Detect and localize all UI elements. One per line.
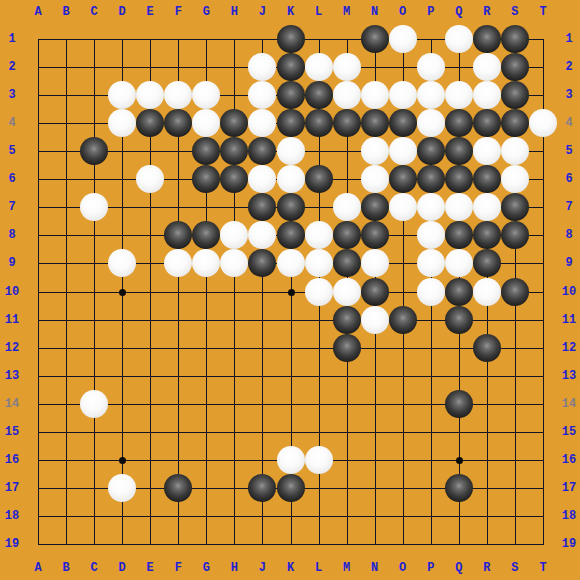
coord-left-2: 2 xyxy=(8,60,15,74)
stone-white-L8[interactable] xyxy=(305,221,333,249)
coord-top-E: E xyxy=(147,5,154,19)
stone-white-M7[interactable] xyxy=(333,193,361,221)
stone-white-Q1[interactable] xyxy=(445,25,473,53)
coord-bottom-M: M xyxy=(343,561,350,575)
stone-white-L2[interactable] xyxy=(305,53,333,81)
coord-bottom-J: J xyxy=(259,561,266,575)
stone-black-R6[interactable] xyxy=(473,165,501,193)
stone-white-O7[interactable] xyxy=(389,193,417,221)
stone-black-N8[interactable] xyxy=(361,221,389,249)
stone-black-K17[interactable] xyxy=(277,474,305,502)
stone-black-Q10[interactable] xyxy=(445,278,473,306)
coord-left-11: 11 xyxy=(5,313,19,327)
stone-black-S3[interactable] xyxy=(501,81,529,109)
stone-black-O11[interactable] xyxy=(389,306,417,334)
stone-black-K3[interactable] xyxy=(277,81,305,109)
coord-top-G: G xyxy=(203,5,210,19)
coord-bottom-F: F xyxy=(175,561,182,575)
coord-bottom-B: B xyxy=(62,561,69,575)
stone-white-N11[interactable] xyxy=(361,306,389,334)
coord-top-S: S xyxy=(511,5,518,19)
stone-black-M4[interactable] xyxy=(333,109,361,137)
coord-left-16: 16 xyxy=(5,453,19,467)
stone-black-L6[interactable] xyxy=(305,165,333,193)
coord-right-2: 2 xyxy=(565,60,572,74)
stone-white-P10[interactable] xyxy=(417,278,445,306)
stone-white-R2[interactable] xyxy=(473,53,501,81)
coord-bottom-A: A xyxy=(34,561,41,575)
stone-black-Q11[interactable] xyxy=(445,306,473,334)
coord-left-15: 15 xyxy=(5,425,19,439)
stone-white-P8[interactable] xyxy=(417,221,445,249)
coord-left-3: 3 xyxy=(8,88,15,102)
stone-black-Q14[interactable] xyxy=(445,390,473,418)
stone-black-N4[interactable] xyxy=(361,109,389,137)
coord-right-6: 6 xyxy=(565,172,572,186)
coord-bottom-T: T xyxy=(539,561,546,575)
stone-black-O6[interactable] xyxy=(389,165,417,193)
coord-right-3: 3 xyxy=(565,88,572,102)
coord-left-1: 1 xyxy=(8,32,15,46)
stone-white-Q3[interactable] xyxy=(445,81,473,109)
coord-top-J: J xyxy=(259,5,266,19)
coord-left-6: 6 xyxy=(8,172,15,186)
stone-white-M2[interactable] xyxy=(333,53,361,81)
coord-top-P: P xyxy=(427,5,434,19)
stone-black-M8[interactable] xyxy=(333,221,361,249)
stone-black-S1[interactable] xyxy=(501,25,529,53)
coord-right-5: 5 xyxy=(565,144,572,158)
grid-line-horizontal xyxy=(38,544,544,545)
coord-right-4: 4 xyxy=(565,116,572,130)
coord-left-14: 14 xyxy=(5,397,19,411)
coord-left-5: 5 xyxy=(8,144,15,158)
coord-right-11: 11 xyxy=(562,313,576,327)
stone-black-P5[interactable] xyxy=(417,137,445,165)
stone-black-S4[interactable] xyxy=(501,109,529,137)
stone-white-K5[interactable] xyxy=(277,137,305,165)
stone-white-P7[interactable] xyxy=(417,193,445,221)
coord-left-9: 9 xyxy=(8,256,15,270)
stone-black-M9[interactable] xyxy=(333,249,361,277)
stone-black-Q17[interactable] xyxy=(445,474,473,502)
grid-line-horizontal xyxy=(38,516,544,517)
coord-bottom-H: H xyxy=(231,561,238,575)
stone-white-P4[interactable] xyxy=(417,109,445,137)
hoshi-point-D10 xyxy=(119,289,126,296)
stone-white-K16[interactable] xyxy=(277,446,305,474)
stone-black-K4[interactable] xyxy=(277,109,305,137)
coord-right-7: 7 xyxy=(565,200,572,214)
stone-black-K7[interactable] xyxy=(277,193,305,221)
stone-white-M3[interactable] xyxy=(333,81,361,109)
coord-left-4: 4 xyxy=(8,116,15,130)
stone-black-F17[interactable] xyxy=(164,474,192,502)
coord-bottom-L: L xyxy=(315,561,322,575)
stone-black-S2[interactable] xyxy=(501,53,529,81)
stone-white-N5[interactable] xyxy=(361,137,389,165)
coord-bottom-D: D xyxy=(119,561,126,575)
coord-bottom-K: K xyxy=(287,561,294,575)
coord-bottom-N: N xyxy=(371,561,378,575)
stone-white-R10[interactable] xyxy=(473,278,501,306)
stone-white-P3[interactable] xyxy=(417,81,445,109)
stone-black-K1[interactable] xyxy=(277,25,305,53)
coord-right-14: 14 xyxy=(562,397,576,411)
stone-black-P6[interactable] xyxy=(417,165,445,193)
coord-top-Q: Q xyxy=(455,5,462,19)
coord-right-15: 15 xyxy=(562,425,576,439)
coord-top-F: F xyxy=(175,5,182,19)
coord-right-19: 19 xyxy=(562,537,576,551)
coord-top-L: L xyxy=(315,5,322,19)
stone-white-D17[interactable] xyxy=(108,474,136,502)
coord-left-18: 18 xyxy=(5,509,19,523)
grid-line-horizontal xyxy=(38,348,544,349)
coord-bottom-S: S xyxy=(511,561,518,575)
stone-white-O3[interactable] xyxy=(389,81,417,109)
hoshi-point-K10 xyxy=(288,289,295,296)
coord-left-17: 17 xyxy=(5,481,19,495)
stone-white-S5[interactable] xyxy=(501,137,529,165)
stone-black-N1[interactable] xyxy=(361,25,389,53)
stone-black-R12[interactable] xyxy=(473,334,501,362)
coord-left-10: 10 xyxy=(5,285,19,299)
stone-white-O5[interactable] xyxy=(389,137,417,165)
coord-right-18: 18 xyxy=(562,509,576,523)
grid-line-horizontal xyxy=(38,376,544,377)
stone-black-N10[interactable] xyxy=(361,278,389,306)
coord-top-N: N xyxy=(371,5,378,19)
stone-white-L10[interactable] xyxy=(305,278,333,306)
stone-white-R5[interactable] xyxy=(473,137,501,165)
coord-bottom-Q: Q xyxy=(455,561,462,575)
stone-white-M10[interactable] xyxy=(333,278,361,306)
stone-black-K8[interactable] xyxy=(277,221,305,249)
stone-white-P2[interactable] xyxy=(417,53,445,81)
stone-white-N9[interactable] xyxy=(361,249,389,277)
stone-white-O1[interactable] xyxy=(389,25,417,53)
coord-right-1: 1 xyxy=(565,32,572,46)
stone-black-R1[interactable] xyxy=(473,25,501,53)
stone-black-S10[interactable] xyxy=(501,278,529,306)
stone-black-K2[interactable] xyxy=(277,53,305,81)
coord-right-16: 16 xyxy=(562,453,576,467)
stone-white-T4[interactable] xyxy=(529,109,557,137)
stone-black-M12[interactable] xyxy=(333,334,361,362)
coord-top-R: R xyxy=(483,5,490,19)
stone-black-L3[interactable] xyxy=(305,81,333,109)
grid-line-horizontal xyxy=(38,432,544,433)
stone-black-Q5[interactable] xyxy=(445,137,473,165)
coord-top-O: O xyxy=(399,5,406,19)
coord-top-M: M xyxy=(343,5,350,19)
coord-bottom-C: C xyxy=(91,561,98,575)
stone-white-C14[interactable] xyxy=(80,390,108,418)
coord-left-8: 8 xyxy=(8,228,15,242)
coord-right-12: 12 xyxy=(562,341,576,355)
stone-black-N7[interactable] xyxy=(361,193,389,221)
coord-bottom-R: R xyxy=(483,561,490,575)
coord-right-10: 10 xyxy=(562,285,576,299)
stone-white-L9[interactable] xyxy=(305,249,333,277)
coord-left-13: 13 xyxy=(5,369,19,383)
coord-top-C: C xyxy=(91,5,98,19)
coord-left-19: 19 xyxy=(5,537,19,551)
coord-top-B: B xyxy=(62,5,69,19)
coord-bottom-G: G xyxy=(203,561,210,575)
hoshi-point-Q16 xyxy=(456,457,463,464)
stone-black-M11[interactable] xyxy=(333,306,361,334)
stone-white-N6[interactable] xyxy=(361,165,389,193)
coord-right-13: 13 xyxy=(562,369,576,383)
coord-top-A: A xyxy=(34,5,41,19)
coord-top-K: K xyxy=(287,5,294,19)
stone-black-Q4[interactable] xyxy=(445,109,473,137)
stone-white-R3[interactable] xyxy=(473,81,501,109)
stone-black-Q6[interactable] xyxy=(445,165,473,193)
coord-bottom-E: E xyxy=(147,561,154,575)
coord-top-D: D xyxy=(119,5,126,19)
hoshi-point-D16 xyxy=(119,457,126,464)
stone-black-L4[interactable] xyxy=(305,109,333,137)
stone-black-O4[interactable] xyxy=(389,109,417,137)
stone-white-K9[interactable] xyxy=(277,249,305,277)
stone-white-Q7[interactable] xyxy=(445,193,473,221)
coord-top-H: H xyxy=(231,5,238,19)
coord-bottom-O: O xyxy=(399,561,406,575)
coord-bottom-P: P xyxy=(427,561,434,575)
coord-left-12: 12 xyxy=(5,341,19,355)
go-board[interactable]: AABBCCDDEEFFGGHHJJKKLLMMNNOOPPQQRRSSTT11… xyxy=(0,0,580,580)
coord-right-8: 8 xyxy=(565,228,572,242)
coord-top-T: T xyxy=(539,5,546,19)
stone-white-N3[interactable] xyxy=(361,81,389,109)
coord-right-17: 17 xyxy=(562,481,576,495)
stone-white-L16[interactable] xyxy=(305,446,333,474)
coord-right-9: 9 xyxy=(565,256,572,270)
stone-black-R4[interactable] xyxy=(473,109,501,137)
coord-left-7: 7 xyxy=(8,200,15,214)
stone-white-K6[interactable] xyxy=(277,165,305,193)
